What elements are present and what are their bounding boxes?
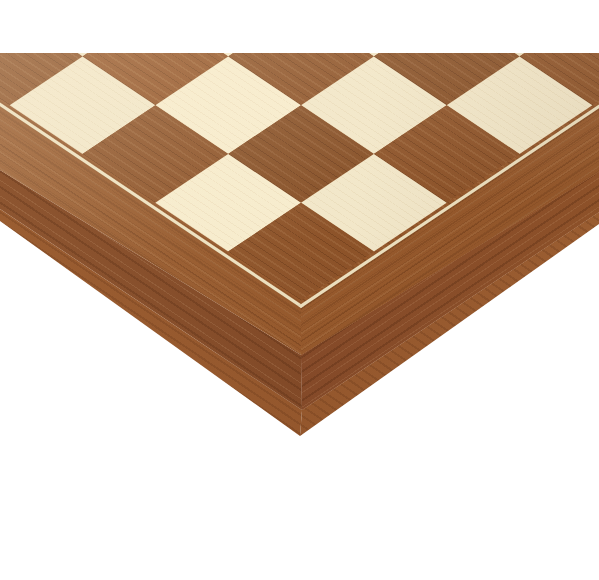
board-plane	[0, 53, 599, 379]
board-top-surface	[0, 53, 599, 580]
chess-board-product-photo	[0, 0, 599, 580]
photo-area	[0, 53, 599, 580]
